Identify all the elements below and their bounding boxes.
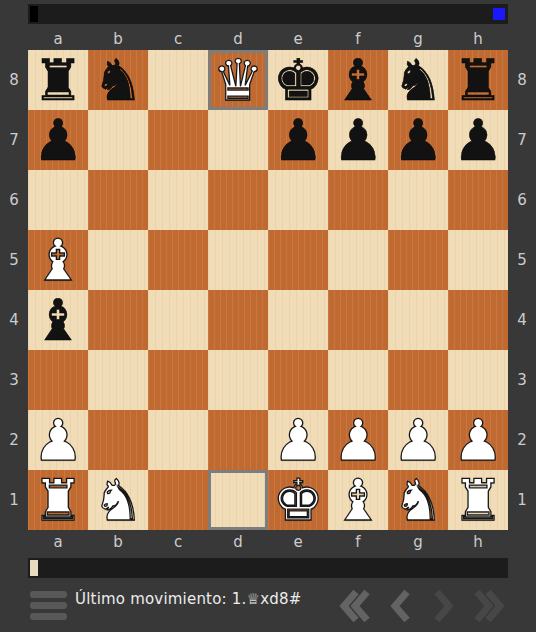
piece-white-pawn: ♟ bbox=[388, 410, 448, 470]
last-move-text: Último movimiento: 1.♕xd8# bbox=[75, 584, 301, 614]
square-e2[interactable]: ♟ bbox=[268, 410, 328, 470]
square-f6[interactable] bbox=[328, 170, 388, 230]
square-h8[interactable]: ♜ bbox=[448, 50, 508, 110]
piece-black-pawn: ♟ bbox=[448, 110, 508, 170]
double-chevron-right-icon bbox=[473, 588, 505, 624]
square-b1[interactable]: ♞ bbox=[88, 470, 148, 530]
square-d6[interactable] bbox=[208, 170, 268, 230]
rank-label: 4 bbox=[508, 290, 536, 350]
file-label: c bbox=[148, 29, 208, 49]
file-label: e bbox=[268, 532, 328, 552]
square-c1[interactable] bbox=[148, 470, 208, 530]
piece-white-bishop: ♝ bbox=[328, 470, 388, 530]
menu-button[interactable] bbox=[30, 591, 67, 621]
square-h1[interactable]: ♜ bbox=[448, 470, 508, 530]
file-label: b bbox=[88, 29, 148, 49]
square-a5[interactable]: ♝ bbox=[28, 230, 88, 290]
file-label: c bbox=[148, 532, 208, 552]
square-b5[interactable] bbox=[88, 230, 148, 290]
square-g5[interactable] bbox=[388, 230, 448, 290]
rank-label: 8 bbox=[508, 50, 536, 110]
square-g6[interactable] bbox=[388, 170, 448, 230]
file-labels-top: abcdefgh bbox=[28, 29, 508, 49]
piece-white-rook: ♜ bbox=[28, 470, 88, 530]
file-label: d bbox=[208, 532, 268, 552]
rank-label: 3 bbox=[0, 350, 28, 410]
piece-black-pawn: ♟ bbox=[28, 110, 88, 170]
square-a2[interactable]: ♟ bbox=[28, 410, 88, 470]
square-c3[interactable] bbox=[148, 350, 208, 410]
file-label: f bbox=[328, 532, 388, 552]
square-c8[interactable] bbox=[148, 50, 208, 110]
square-f8[interactable]: ♝ bbox=[328, 50, 388, 110]
rank-labels-right: 87654321 bbox=[508, 50, 536, 530]
square-d7[interactable] bbox=[208, 110, 268, 170]
last-move-button[interactable] bbox=[472, 586, 506, 626]
square-e8[interactable]: ♚ bbox=[268, 50, 328, 110]
rank-label: 5 bbox=[0, 230, 28, 290]
piece-white-pawn: ♟ bbox=[28, 410, 88, 470]
top-bar-start-marker bbox=[30, 6, 38, 22]
rank-label: 6 bbox=[508, 170, 536, 230]
piece-white-bishop: ♝ bbox=[28, 230, 88, 290]
bottom-bar-start-marker bbox=[30, 560, 38, 576]
piece-black-knight: ♞ bbox=[388, 50, 448, 110]
file-label: a bbox=[28, 29, 88, 49]
double-chevron-left-icon bbox=[339, 588, 371, 624]
square-d5[interactable] bbox=[208, 230, 268, 290]
square-b8[interactable]: ♞ bbox=[88, 50, 148, 110]
square-c2[interactable] bbox=[148, 410, 208, 470]
rank-label: 3 bbox=[508, 350, 536, 410]
piece-black-bishop: ♝ bbox=[28, 290, 88, 350]
square-f5[interactable] bbox=[328, 230, 388, 290]
chevron-left-icon bbox=[387, 588, 413, 624]
file-label: g bbox=[388, 29, 448, 49]
rank-label: 1 bbox=[508, 470, 536, 530]
square-h2[interactable]: ♟ bbox=[448, 410, 508, 470]
square-g8[interactable]: ♞ bbox=[388, 50, 448, 110]
first-move-button[interactable] bbox=[338, 586, 372, 626]
file-label: e bbox=[268, 29, 328, 49]
square-g2[interactable]: ♟ bbox=[388, 410, 448, 470]
piece-white-pawn: ♟ bbox=[328, 410, 388, 470]
square-e5[interactable] bbox=[268, 230, 328, 290]
square-a6[interactable] bbox=[28, 170, 88, 230]
file-label: f bbox=[328, 29, 388, 49]
square-e3[interactable] bbox=[268, 350, 328, 410]
piece-white-queen: ♛ bbox=[208, 50, 268, 110]
square-c5[interactable] bbox=[148, 230, 208, 290]
square-b7[interactable] bbox=[88, 110, 148, 170]
square-a4[interactable]: ♝ bbox=[28, 290, 88, 350]
piece-white-knight: ♞ bbox=[388, 470, 448, 530]
piece-black-rook: ♜ bbox=[28, 50, 88, 110]
square-h3[interactable] bbox=[448, 350, 508, 410]
square-a3[interactable] bbox=[28, 350, 88, 410]
top-scrub-bar[interactable] bbox=[28, 4, 508, 24]
file-label: g bbox=[388, 532, 448, 552]
square-h6[interactable] bbox=[448, 170, 508, 230]
square-e1[interactable]: ♚ bbox=[268, 470, 328, 530]
current-position-marker bbox=[493, 8, 505, 20]
square-h5[interactable] bbox=[448, 230, 508, 290]
rank-label: 1 bbox=[0, 470, 28, 530]
piece-black-knight: ♞ bbox=[88, 50, 148, 110]
square-f4[interactable] bbox=[328, 290, 388, 350]
piece-black-rook: ♜ bbox=[448, 50, 508, 110]
file-labels-bottom: abcdefgh bbox=[28, 532, 508, 552]
rank-label: 2 bbox=[508, 410, 536, 470]
square-h4[interactable] bbox=[448, 290, 508, 350]
square-c4[interactable] bbox=[148, 290, 208, 350]
rank-label: 7 bbox=[508, 110, 536, 170]
piece-black-bishop: ♝ bbox=[328, 50, 388, 110]
piece-black-king: ♚ bbox=[268, 50, 328, 110]
square-e4[interactable] bbox=[268, 290, 328, 350]
file-label: h bbox=[448, 29, 508, 49]
piece-white-rook: ♜ bbox=[448, 470, 508, 530]
square-f7[interactable]: ♟ bbox=[328, 110, 388, 170]
square-e6[interactable] bbox=[268, 170, 328, 230]
square-f1[interactable]: ♝ bbox=[328, 470, 388, 530]
square-b2[interactable] bbox=[88, 410, 148, 470]
square-d3[interactable] bbox=[208, 350, 268, 410]
square-e7[interactable]: ♟ bbox=[268, 110, 328, 170]
bottom-scrub-bar[interactable] bbox=[28, 558, 508, 578]
rank-label: 2 bbox=[0, 410, 28, 470]
file-label: a bbox=[28, 532, 88, 552]
rank-label: 8 bbox=[0, 50, 28, 110]
square-b3[interactable] bbox=[88, 350, 148, 410]
piece-black-pawn: ♟ bbox=[328, 110, 388, 170]
square-g3[interactable] bbox=[388, 350, 448, 410]
square-g4[interactable] bbox=[388, 290, 448, 350]
square-b4[interactable] bbox=[88, 290, 148, 350]
file-label: b bbox=[88, 532, 148, 552]
square-d8[interactable]: ♛ bbox=[208, 50, 268, 110]
square-h7[interactable]: ♟ bbox=[448, 110, 508, 170]
square-a8[interactable]: ♜ bbox=[28, 50, 88, 110]
piece-white-pawn: ♟ bbox=[268, 410, 328, 470]
piece-white-pawn: ♟ bbox=[448, 410, 508, 470]
square-a7[interactable]: ♟ bbox=[28, 110, 88, 170]
square-g7[interactable]: ♟ bbox=[388, 110, 448, 170]
piece-black-pawn: ♟ bbox=[268, 110, 328, 170]
next-move-button[interactable] bbox=[427, 586, 461, 626]
bottom-controls: Último movimiento: 1.♕xd8# bbox=[0, 584, 536, 632]
rank-label: 6 bbox=[0, 170, 28, 230]
square-g1[interactable]: ♞ bbox=[388, 470, 448, 530]
piece-white-knight: ♞ bbox=[88, 470, 148, 530]
square-c6[interactable] bbox=[148, 170, 208, 230]
hamburger-icon bbox=[30, 591, 67, 598]
square-b6[interactable] bbox=[88, 170, 148, 230]
file-label: d bbox=[208, 29, 268, 49]
square-f2[interactable]: ♟ bbox=[328, 410, 388, 470]
square-d4[interactable] bbox=[208, 290, 268, 350]
file-label: h bbox=[448, 532, 508, 552]
previous-move-button[interactable] bbox=[383, 586, 417, 626]
square-a1[interactable]: ♜ bbox=[28, 470, 88, 530]
chevron-right-icon bbox=[431, 588, 457, 624]
square-f3[interactable] bbox=[328, 350, 388, 410]
square-d1[interactable] bbox=[208, 470, 268, 530]
rank-labels-left: 87654321 bbox=[0, 50, 28, 530]
square-c7[interactable] bbox=[148, 110, 208, 170]
rank-label: 4 bbox=[0, 290, 28, 350]
chess-board[interactable]: ♜♞♛♚♝♞♜♟♟♟♟♟♝♝♟♟♟♟♟♜♞♚♝♞♜ bbox=[28, 50, 508, 530]
piece-black-pawn: ♟ bbox=[388, 110, 448, 170]
rank-label: 5 bbox=[508, 230, 536, 290]
piece-white-king: ♚ bbox=[268, 470, 328, 530]
square-d2[interactable] bbox=[208, 410, 268, 470]
rank-label: 7 bbox=[0, 110, 28, 170]
